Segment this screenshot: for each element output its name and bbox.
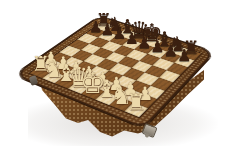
product-photo: ♜♞♝♛♚♝♞♜♟♟♟♟♟♟♟♟♟♟♟♟♟♟♟♟♜♞♝♛♚♝♞♜	[0, 0, 240, 150]
